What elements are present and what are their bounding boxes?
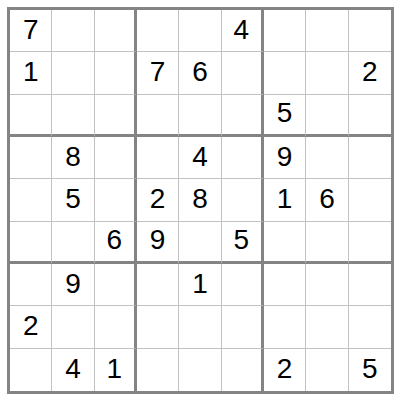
cell-r9c5[interactable] (179, 349, 221, 391)
cell-r3c7[interactable]: 5 (264, 95, 306, 137)
cell-r9c8[interactable] (306, 349, 348, 391)
cell-r4c4[interactable] (137, 137, 179, 179)
cell-r9c7[interactable]: 2 (264, 349, 306, 391)
cell-r1c5[interactable] (179, 10, 221, 52)
cell-r5c9[interactable] (349, 179, 391, 221)
cell-r8c7[interactable] (264, 306, 306, 348)
cell-r9c1[interactable] (10, 349, 52, 391)
cell-r6c8[interactable] (306, 222, 348, 264)
cell-r7c4[interactable] (137, 264, 179, 306)
cell-r9c6[interactable] (222, 349, 264, 391)
cell-r1c2[interactable] (52, 10, 94, 52)
cell-r8c9[interactable] (349, 306, 391, 348)
cell-r8c1[interactable]: 2 (10, 306, 52, 348)
cell-r9c4[interactable] (137, 349, 179, 391)
cell-r8c2[interactable] (52, 306, 94, 348)
cell-r3c8[interactable] (306, 95, 348, 137)
cell-r2c9[interactable]: 2 (349, 52, 391, 94)
cell-r6c6[interactable]: 5 (222, 222, 264, 264)
cell-r4c3[interactable] (95, 137, 137, 179)
sudoku-board: 7417625849528166959124125 (7, 7, 394, 394)
cell-r8c3[interactable] (95, 306, 137, 348)
cell-r4c9[interactable] (349, 137, 391, 179)
cell-r8c6[interactable] (222, 306, 264, 348)
cell-r5c5[interactable]: 8 (179, 179, 221, 221)
cell-r1c9[interactable] (349, 10, 391, 52)
cell-r9c3[interactable]: 1 (95, 349, 137, 391)
cell-r4c1[interactable] (10, 137, 52, 179)
cell-r5c4[interactable]: 2 (137, 179, 179, 221)
cell-r2c6[interactable] (222, 52, 264, 94)
cell-r7c8[interactable] (306, 264, 348, 306)
cell-r1c8[interactable] (306, 10, 348, 52)
cell-r6c2[interactable] (52, 222, 94, 264)
cell-r7c9[interactable] (349, 264, 391, 306)
cell-r2c3[interactable] (95, 52, 137, 94)
cell-r8c8[interactable] (306, 306, 348, 348)
cell-r4c2[interactable]: 8 (52, 137, 94, 179)
cell-r2c2[interactable] (52, 52, 94, 94)
cell-r2c8[interactable] (306, 52, 348, 94)
cell-r1c3[interactable] (95, 10, 137, 52)
cell-r2c7[interactable] (264, 52, 306, 94)
cell-r5c1[interactable] (10, 179, 52, 221)
cell-r3c6[interactable] (222, 95, 264, 137)
cell-r2c5[interactable]: 6 (179, 52, 221, 94)
cell-r7c1[interactable] (10, 264, 52, 306)
cell-r4c6[interactable] (222, 137, 264, 179)
cell-r3c1[interactable] (10, 95, 52, 137)
cell-r7c2[interactable]: 9 (52, 264, 94, 306)
cell-r3c2[interactable] (52, 95, 94, 137)
cell-r4c5[interactable]: 4 (179, 137, 221, 179)
cell-r1c6[interactable]: 4 (222, 10, 264, 52)
cell-r1c7[interactable] (264, 10, 306, 52)
cell-r1c1[interactable]: 7 (10, 10, 52, 52)
cell-r7c7[interactable] (264, 264, 306, 306)
cell-r3c4[interactable] (137, 95, 179, 137)
cell-r3c3[interactable] (95, 95, 137, 137)
cell-r8c5[interactable] (179, 306, 221, 348)
cell-r7c5[interactable]: 1 (179, 264, 221, 306)
cell-r6c4[interactable]: 9 (137, 222, 179, 264)
cell-r4c7[interactable]: 9 (264, 137, 306, 179)
cell-r7c3[interactable] (95, 264, 137, 306)
cell-r6c1[interactable] (10, 222, 52, 264)
cell-r6c3[interactable]: 6 (95, 222, 137, 264)
cell-r5c2[interactable]: 5 (52, 179, 94, 221)
cell-r5c3[interactable] (95, 179, 137, 221)
cell-r2c1[interactable]: 1 (10, 52, 52, 94)
cell-r4c8[interactable] (306, 137, 348, 179)
cell-r9c2[interactable]: 4 (52, 349, 94, 391)
cell-r6c5[interactable] (179, 222, 221, 264)
cell-r3c9[interactable] (349, 95, 391, 137)
cell-r5c6[interactable] (222, 179, 264, 221)
cell-r5c8[interactable]: 6 (306, 179, 348, 221)
cell-r1c4[interactable] (137, 10, 179, 52)
cell-r5c7[interactable]: 1 (264, 179, 306, 221)
cell-r6c9[interactable] (349, 222, 391, 264)
cell-r2c4[interactable]: 7 (137, 52, 179, 94)
cell-r6c7[interactable] (264, 222, 306, 264)
cell-r3c5[interactable] (179, 95, 221, 137)
cell-r7c6[interactable] (222, 264, 264, 306)
cell-r9c9[interactable]: 5 (349, 349, 391, 391)
cell-r8c4[interactable] (137, 306, 179, 348)
